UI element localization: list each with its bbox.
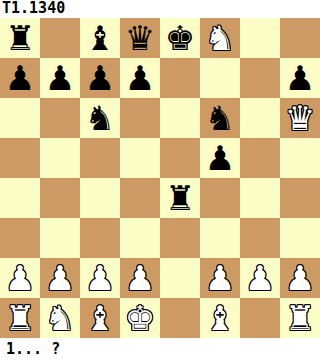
square-e2[interactable] — [160, 258, 200, 298]
square-d6[interactable] — [120, 98, 160, 138]
square-h3[interactable] — [280, 218, 320, 258]
square-h4[interactable] — [280, 178, 320, 218]
move-prompt: 1... ? — [0, 338, 320, 360]
square-a1[interactable]: ♜ — [0, 298, 40, 338]
square-h2[interactable]: ♟ — [280, 258, 320, 298]
white-pawn: ♟ — [125, 258, 155, 298]
square-c7[interactable]: ♟ — [80, 58, 120, 98]
square-g4[interactable] — [240, 178, 280, 218]
square-b3[interactable] — [40, 218, 80, 258]
square-a5[interactable] — [0, 138, 40, 178]
black-king: ♚ — [165, 18, 195, 58]
black-bishop: ♝ — [85, 18, 115, 58]
square-f2[interactable]: ♟ — [200, 258, 240, 298]
white-pawn: ♟ — [5, 258, 35, 298]
square-g6[interactable] — [240, 98, 280, 138]
square-g1[interactable] — [240, 298, 280, 338]
square-c1[interactable]: ♝ — [80, 298, 120, 338]
square-d4[interactable] — [120, 178, 160, 218]
square-b7[interactable]: ♟ — [40, 58, 80, 98]
square-f5[interactable]: ♟ — [200, 138, 240, 178]
square-c8[interactable]: ♝ — [80, 18, 120, 58]
square-a2[interactable]: ♟ — [0, 258, 40, 298]
square-c2[interactable]: ♟ — [80, 258, 120, 298]
square-e8[interactable]: ♚ — [160, 18, 200, 58]
black-pawn: ♟ — [125, 58, 155, 98]
square-g3[interactable] — [240, 218, 280, 258]
white-rook: ♜ — [5, 298, 35, 338]
black-knight: ♞ — [205, 98, 235, 138]
square-f7[interactable] — [200, 58, 240, 98]
puzzle-title: T1.1340 — [0, 0, 320, 18]
square-d7[interactable]: ♟ — [120, 58, 160, 98]
square-f8[interactable]: ♞ — [200, 18, 240, 58]
square-e6[interactable] — [160, 98, 200, 138]
white-pawn: ♟ — [245, 258, 275, 298]
square-c3[interactable] — [80, 218, 120, 258]
white-queen: ♛ — [285, 98, 315, 138]
square-g2[interactable]: ♟ — [240, 258, 280, 298]
square-a8[interactable]: ♜ — [0, 18, 40, 58]
square-f1[interactable]: ♝ — [200, 298, 240, 338]
square-d5[interactable] — [120, 138, 160, 178]
square-f6[interactable]: ♞ — [200, 98, 240, 138]
square-h5[interactable] — [280, 138, 320, 178]
black-pawn: ♟ — [45, 58, 75, 98]
square-h1[interactable]: ♜ — [280, 298, 320, 338]
white-bishop: ♝ — [85, 298, 115, 338]
black-pawn: ♟ — [85, 58, 115, 98]
square-b8[interactable] — [40, 18, 80, 58]
white-knight: ♞ — [45, 298, 75, 338]
black-pawn: ♟ — [205, 138, 235, 178]
square-b5[interactable] — [40, 138, 80, 178]
black-rook: ♜ — [5, 18, 35, 58]
square-e5[interactable] — [160, 138, 200, 178]
chess-board: ♜♝♛♚♞♟♟♟♟♟♞♞♛♟♜♟♟♟♟♟♟♟♜♞♝♚♝♜ — [0, 18, 320, 338]
square-b6[interactable] — [40, 98, 80, 138]
square-d2[interactable]: ♟ — [120, 258, 160, 298]
square-e4[interactable]: ♜ — [160, 178, 200, 218]
square-b2[interactable]: ♟ — [40, 258, 80, 298]
white-pawn: ♟ — [85, 258, 115, 298]
square-e3[interactable] — [160, 218, 200, 258]
square-a3[interactable] — [0, 218, 40, 258]
square-b4[interactable] — [40, 178, 80, 218]
square-a4[interactable] — [0, 178, 40, 218]
black-pawn: ♟ — [285, 58, 315, 98]
white-pawn: ♟ — [285, 258, 315, 298]
square-g5[interactable] — [240, 138, 280, 178]
square-e7[interactable] — [160, 58, 200, 98]
square-d3[interactable] — [120, 218, 160, 258]
black-knight: ♞ — [85, 98, 115, 138]
white-pawn: ♟ — [205, 258, 235, 298]
square-g7[interactable] — [240, 58, 280, 98]
square-h8[interactable] — [280, 18, 320, 58]
square-b1[interactable]: ♞ — [40, 298, 80, 338]
square-a7[interactable]: ♟ — [0, 58, 40, 98]
white-rook: ♜ — [285, 298, 315, 338]
square-a6[interactable] — [0, 98, 40, 138]
square-c4[interactable] — [80, 178, 120, 218]
square-h6[interactable]: ♛ — [280, 98, 320, 138]
square-c6[interactable]: ♞ — [80, 98, 120, 138]
white-knight: ♞ — [205, 18, 235, 58]
black-pawn: ♟ — [5, 58, 35, 98]
square-g8[interactable] — [240, 18, 280, 58]
square-h7[interactable]: ♟ — [280, 58, 320, 98]
square-d8[interactable]: ♛ — [120, 18, 160, 58]
square-c5[interactable] — [80, 138, 120, 178]
white-bishop: ♝ — [205, 298, 235, 338]
white-pawn: ♟ — [45, 258, 75, 298]
white-king: ♚ — [125, 298, 155, 338]
black-queen: ♛ — [125, 18, 155, 58]
square-f3[interactable] — [200, 218, 240, 258]
square-f4[interactable] — [200, 178, 240, 218]
square-e1[interactable] — [160, 298, 200, 338]
square-d1[interactable]: ♚ — [120, 298, 160, 338]
black-rook: ♜ — [165, 178, 195, 218]
